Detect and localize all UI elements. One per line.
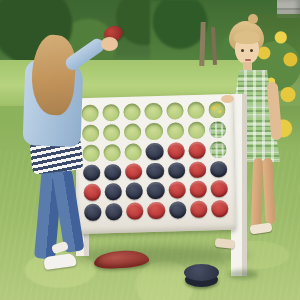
right-girl-hand-on-board — [221, 95, 234, 103]
right-girl-neck — [243, 62, 252, 71]
cell-r2c1-empty-hole — [82, 124, 100, 141]
cell-r6c1-navy-disc — [84, 204, 102, 221]
cell-r2c5-empty-hole — [166, 122, 184, 139]
cell-r3c5-red-disc — [167, 142, 185, 159]
cell-r4c7-navy-disc — [210, 160, 228, 177]
leg-shadow — [228, 270, 258, 279]
cell-r1c7-empty-hole — [208, 101, 226, 118]
cell-r1c1-empty-hole — [81, 105, 99, 122]
board-grid — [81, 101, 228, 221]
cell-r4c3-red-disc — [125, 163, 143, 180]
cell-r4c6-red-disc — [189, 161, 207, 178]
cell-r3c7-empty-hole — [209, 141, 227, 158]
cell-r5c5-red-disc — [168, 181, 186, 198]
connect-four-board — [74, 94, 236, 234]
cell-r1c4-empty-hole — [145, 103, 163, 120]
cell-r4c4-navy-disc — [146, 162, 164, 179]
cell-r6c6-red-disc — [190, 201, 208, 218]
cell-r2c6-empty-hole — [188, 121, 206, 138]
cell-r3c1-empty-hole — [82, 144, 100, 161]
right-girl-eye — [250, 49, 253, 52]
cell-r5c4-navy-disc — [147, 182, 165, 199]
cell-r5c6-red-disc — [189, 181, 207, 198]
cell-r5c7-red-disc — [210, 180, 228, 197]
navy-disc-on-grass — [184, 264, 219, 288]
right-girl-mouth — [245, 59, 251, 61]
photo-scene — [0, 0, 300, 300]
cell-r2c3-empty-hole — [124, 123, 142, 140]
right-girl-bangs — [234, 31, 260, 44]
cell-r5c2-navy-disc — [105, 183, 123, 200]
cell-r1c2-empty-hole — [102, 104, 120, 121]
cell-r6c5-navy-disc — [169, 201, 187, 218]
cell-r3c3-empty-hole — [125, 143, 143, 160]
cell-r3c2-empty-hole — [104, 144, 122, 161]
cell-r4c5-navy-disc — [168, 162, 186, 179]
right-girl-front-foot — [215, 238, 236, 249]
cell-r3c6-red-disc — [188, 141, 206, 158]
cell-r1c3-empty-hole — [124, 103, 142, 120]
cell-r6c7-red-disc — [211, 200, 229, 217]
cell-r6c3-red-disc — [126, 202, 144, 219]
right-girl-topknot — [248, 14, 258, 24]
right-girl-eye — [241, 49, 244, 52]
left-girl-hand — [101, 37, 118, 51]
cell-r4c1-navy-disc — [83, 164, 101, 181]
cell-r2c4-empty-hole — [145, 123, 163, 140]
cell-r2c7-empty-hole — [209, 121, 227, 138]
cell-r3c4-navy-disc — [146, 142, 164, 159]
cell-r2c2-empty-hole — [103, 124, 121, 141]
cell-r6c2-navy-disc — [105, 203, 123, 220]
cell-r5c1-red-disc — [84, 184, 102, 201]
cell-r6c4-red-disc — [147, 202, 165, 219]
cell-r1c6-empty-hole — [187, 102, 205, 119]
cell-r5c3-navy-disc — [126, 183, 144, 200]
cell-r4c2-navy-disc — [104, 163, 122, 180]
navy-disc-top — [184, 264, 219, 281]
cell-r1c5-empty-hole — [166, 102, 184, 119]
